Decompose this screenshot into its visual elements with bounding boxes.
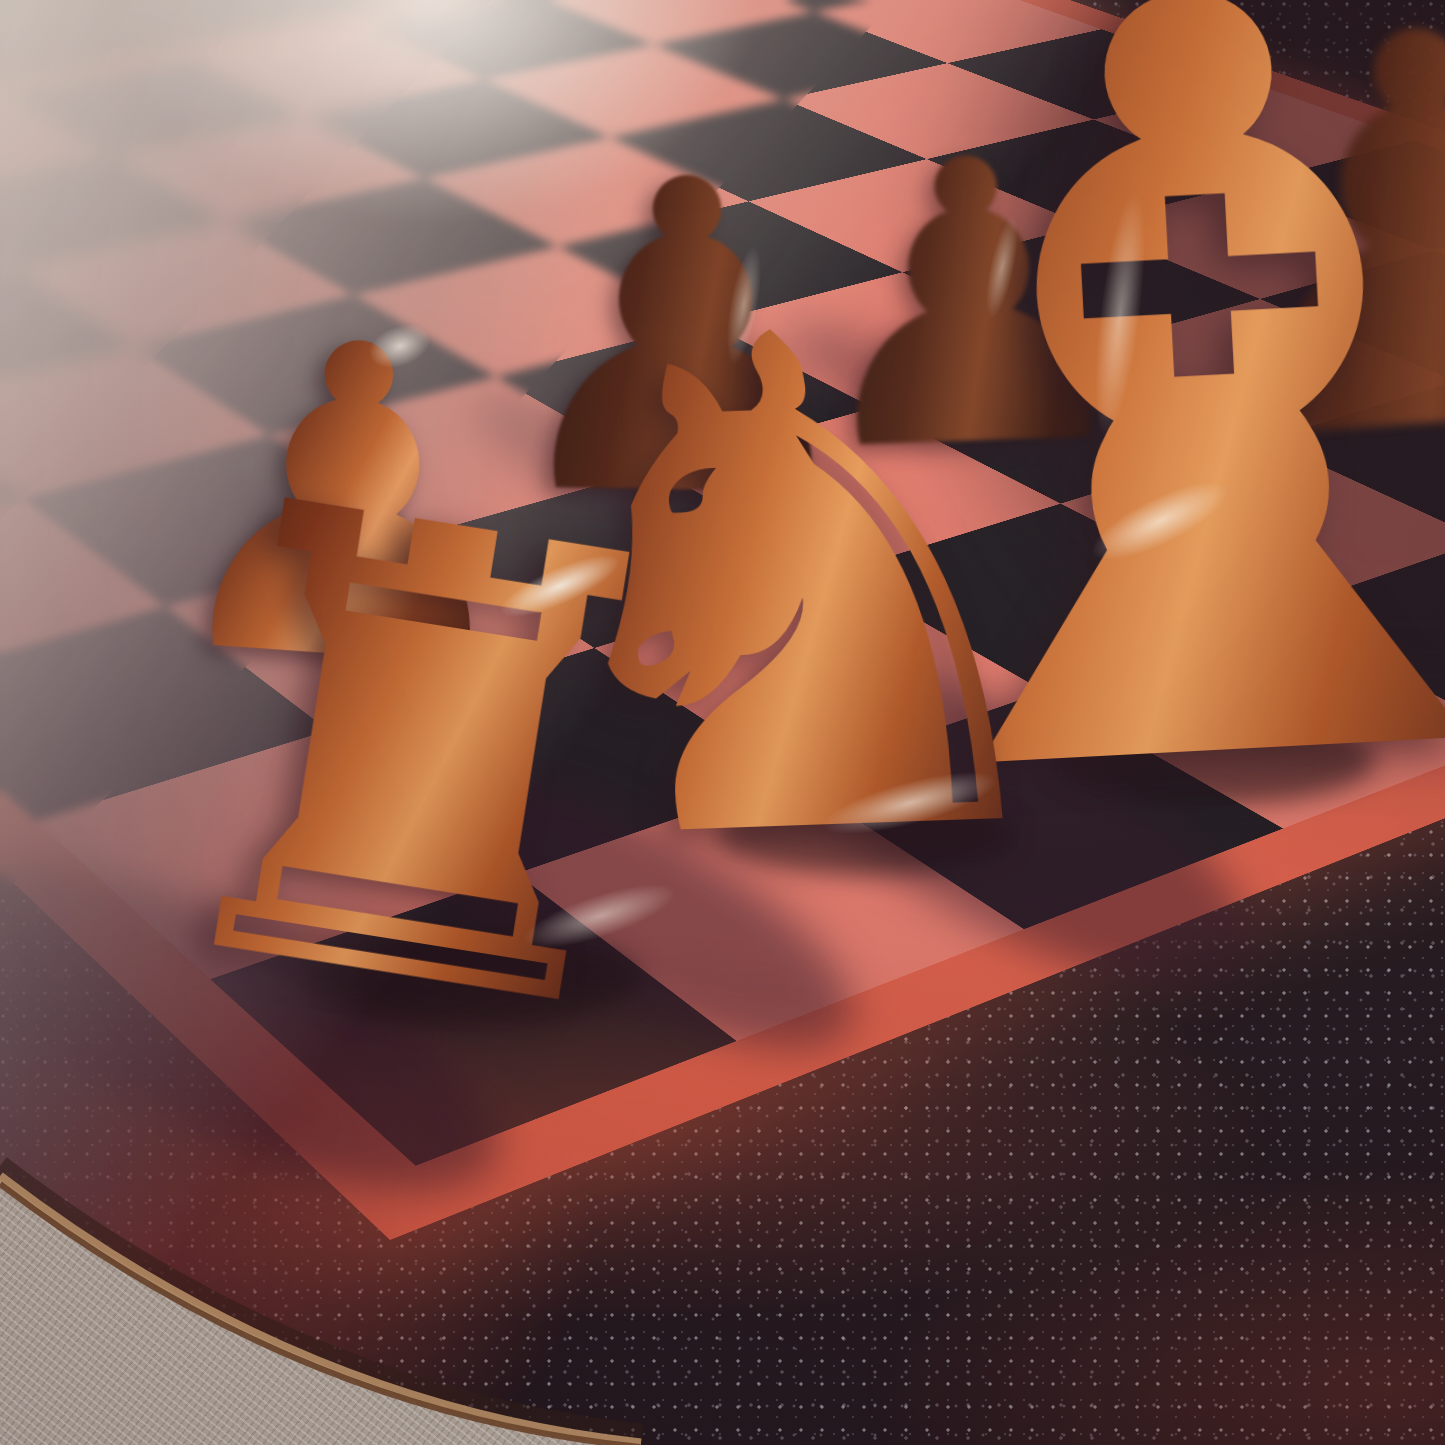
chess-photo-scene: ♟ ♟ ♟ ♟ ♝ ♞ ♜ [0,0,1445,1445]
piece-rook-a1[interactable]: ♜ [97,410,743,1109]
